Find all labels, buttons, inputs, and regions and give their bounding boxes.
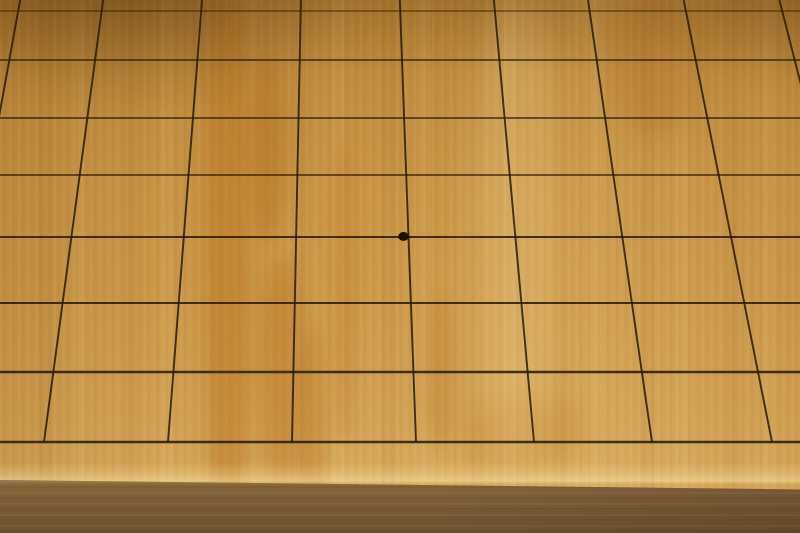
photo-vignette [0, 0, 800, 533]
goban-photo [0, 0, 800, 533]
board-edge-highlight [0, 462, 800, 484]
board-surface [0, 0, 800, 533]
